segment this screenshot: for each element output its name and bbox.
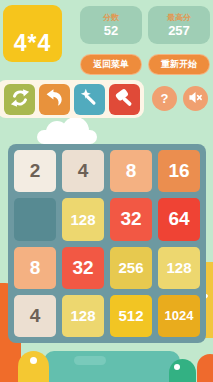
green-dome-decoration [169, 359, 196, 382]
tile-128: 128 [158, 247, 200, 289]
orange-dome-decoration [197, 354, 213, 382]
swap-icon [10, 88, 30, 111]
teal-band-decoration [44, 351, 180, 382]
best-score-box: 最高分 257 [148, 6, 210, 44]
toolbar [0, 80, 144, 118]
tile-128: 128 [62, 198, 104, 240]
menu-button[interactable]: 返回菜单 [80, 54, 142, 75]
undo-icon [45, 88, 64, 110]
yellow-dome-dot [30, 357, 37, 364]
cloud-decoration [37, 130, 97, 144]
best-score-label: 最高分 [167, 13, 191, 23]
mode-badge: 4*4 [3, 5, 62, 62]
tile-128: 128 [62, 295, 104, 337]
wand-tool-button[interactable] [74, 84, 105, 115]
yellow-dome-decoration [18, 351, 49, 382]
empty-cell [14, 198, 56, 240]
swap-tool-button[interactable] [4, 84, 35, 115]
tile-4: 4 [14, 295, 56, 337]
help-button[interactable]: ? [152, 86, 177, 111]
tile-64: 64 [158, 198, 200, 240]
tile-1024: 1024 [158, 295, 200, 337]
tile-32: 32 [110, 198, 152, 240]
restart-button[interactable]: 重新开始 [148, 54, 210, 75]
board-grid[interactable]: 24816128326483225612841285121024 [8, 144, 206, 343]
score-box: 分数 52 [80, 6, 142, 44]
best-score-value: 257 [168, 23, 190, 38]
tile-4: 4 [62, 150, 104, 192]
tile-2: 2 [14, 150, 56, 192]
hammer-tool-button[interactable] [109, 84, 140, 115]
hammer-icon [115, 88, 135, 111]
tile-512: 512 [110, 295, 152, 337]
tile-8: 8 [110, 150, 152, 192]
score-value: 52 [104, 23, 118, 38]
teal-band-highlight [74, 356, 106, 365]
magic-wand-icon [80, 88, 99, 110]
tile-256: 256 [110, 247, 152, 289]
tile-8: 8 [14, 247, 56, 289]
tile-32: 32 [62, 247, 104, 289]
game-screen: 4*4 分数 52 最高分 257 返回菜单 重新开始 [0, 0, 213, 382]
mute-button[interactable] [183, 86, 208, 111]
score-label: 分数 [103, 13, 119, 23]
muted-speaker-icon [188, 90, 203, 108]
tile-16: 16 [158, 150, 200, 192]
green-dome-dot [174, 364, 180, 370]
undo-tool-button[interactable] [39, 84, 70, 115]
